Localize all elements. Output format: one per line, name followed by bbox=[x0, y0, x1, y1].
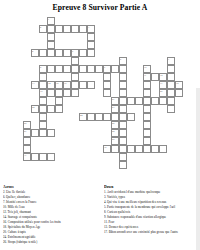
grid-cell: 10 bbox=[143, 65, 151, 73]
clue-number: 17 bbox=[160, 82, 162, 84]
grid-gap bbox=[31, 33, 39, 41]
grid-gap bbox=[159, 33, 167, 41]
grid-cell bbox=[119, 113, 127, 121]
grid-gap bbox=[167, 33, 175, 41]
grid-gap bbox=[119, 41, 127, 49]
grid-gap bbox=[103, 49, 111, 57]
grid-gap bbox=[79, 153, 87, 161]
grid-gap bbox=[111, 49, 119, 57]
grid-gap bbox=[71, 105, 79, 113]
grid-cell bbox=[95, 65, 103, 73]
grid-gap bbox=[159, 17, 167, 25]
grid-gap bbox=[143, 33, 151, 41]
across-clues-column: Across 2. Une île fluviale6. Québec, abo… bbox=[3, 184, 99, 250]
grid-gap bbox=[159, 113, 167, 121]
grid-gap bbox=[119, 33, 127, 41]
clue-number: 10 bbox=[144, 66, 146, 68]
grid-cell bbox=[47, 105, 55, 113]
grid-cell bbox=[71, 57, 79, 65]
grid-gap bbox=[23, 113, 31, 121]
clue-number: 29 bbox=[112, 138, 114, 140]
grid-gap bbox=[127, 57, 135, 65]
grid-gap bbox=[95, 25, 103, 33]
grid-gap bbox=[71, 41, 79, 49]
grid-gap bbox=[103, 105, 111, 113]
grid-cell bbox=[31, 129, 39, 137]
grid-gap bbox=[95, 49, 103, 57]
grid-cell bbox=[127, 113, 135, 121]
grid-cell bbox=[143, 129, 151, 137]
grid-cell bbox=[71, 25, 79, 33]
grid-gap bbox=[63, 145, 71, 153]
grid-gap bbox=[103, 25, 111, 33]
grid-cell bbox=[47, 25, 55, 33]
grid-cell bbox=[167, 81, 175, 89]
grid-cell bbox=[143, 145, 151, 153]
grid-gap bbox=[135, 129, 143, 137]
grid-cell: 18 bbox=[175, 81, 183, 89]
grid-gap bbox=[31, 121, 39, 129]
grid-gap bbox=[167, 49, 175, 57]
grid-cell bbox=[47, 41, 55, 49]
grid-gap bbox=[151, 161, 159, 169]
grid-gap bbox=[79, 73, 87, 81]
grid-gap bbox=[111, 73, 119, 81]
grid-gap bbox=[87, 97, 95, 105]
grid-gap bbox=[23, 17, 31, 25]
page-edge-shading bbox=[196, 88, 200, 250]
grid-cell: 3 bbox=[87, 25, 95, 33]
grid-gap bbox=[127, 105, 135, 113]
grid-gap bbox=[151, 25, 159, 33]
grid-gap bbox=[87, 137, 95, 145]
grid-gap bbox=[175, 41, 183, 49]
grid-gap bbox=[95, 57, 103, 65]
grid-cell bbox=[143, 113, 151, 121]
grid-cell bbox=[167, 89, 175, 97]
grid-gap bbox=[175, 113, 183, 121]
grid-gap bbox=[151, 17, 159, 25]
grid-gap bbox=[143, 49, 151, 57]
grid-gap bbox=[175, 33, 183, 41]
grid-gap bbox=[175, 121, 183, 129]
grid-gap bbox=[151, 33, 159, 41]
grid-cell bbox=[167, 73, 175, 81]
grid-gap bbox=[71, 121, 79, 129]
grid-cell bbox=[151, 73, 159, 81]
grid-gap bbox=[151, 137, 159, 145]
clue-number: 12 bbox=[160, 74, 162, 76]
grid-gap bbox=[103, 153, 111, 161]
grid-gap bbox=[63, 153, 71, 161]
grid-gap bbox=[167, 25, 175, 33]
clue-number: 3 bbox=[88, 26, 89, 28]
grid-cell: 22 bbox=[31, 105, 39, 113]
grid-gap bbox=[127, 121, 135, 129]
grid-cell bbox=[87, 49, 95, 57]
grid-cell: 29 bbox=[111, 137, 119, 145]
grid-gap bbox=[103, 41, 111, 49]
grid-gap bbox=[31, 161, 39, 169]
grid-cell bbox=[55, 25, 63, 33]
grid-cell bbox=[55, 105, 63, 113]
clue-number: 1 bbox=[48, 18, 49, 20]
grid-gap bbox=[79, 89, 87, 97]
grid-cell: 1 bbox=[47, 17, 55, 25]
grid-gap bbox=[79, 97, 87, 105]
grid-gap bbox=[127, 25, 135, 33]
grid-gap bbox=[71, 97, 79, 105]
grid-gap bbox=[119, 25, 127, 33]
grid-gap bbox=[135, 113, 143, 121]
grid-cell bbox=[55, 89, 63, 97]
grid-gap bbox=[79, 121, 87, 129]
grid-cell bbox=[39, 129, 47, 137]
grid-cell: 19 bbox=[39, 89, 47, 97]
grid-gap bbox=[23, 81, 31, 89]
grid-cell: 2 bbox=[39, 25, 47, 33]
grid-cell bbox=[55, 65, 63, 73]
clue-number: 15 bbox=[56, 82, 58, 84]
grid-gap bbox=[23, 49, 31, 57]
grid-gap bbox=[47, 97, 55, 105]
grid-gap bbox=[47, 145, 55, 153]
grid-gap bbox=[167, 41, 175, 49]
grid-gap bbox=[159, 41, 167, 49]
grid-gap bbox=[87, 89, 95, 97]
grid-gap bbox=[151, 113, 159, 121]
grid-gap bbox=[71, 161, 79, 169]
grid-gap bbox=[175, 137, 183, 145]
grid-gap bbox=[151, 153, 159, 161]
grid-cell: 14 bbox=[47, 81, 55, 89]
grid-gap bbox=[95, 153, 103, 161]
grid-cell bbox=[87, 33, 95, 41]
grid-gap bbox=[55, 41, 63, 49]
grid-gap bbox=[135, 81, 143, 89]
grid-gap bbox=[87, 129, 95, 137]
grid-gap bbox=[95, 89, 103, 97]
grid-gap bbox=[31, 17, 39, 25]
grid-cell: 4 bbox=[31, 49, 39, 57]
grid-cell bbox=[63, 49, 71, 57]
grid-cell bbox=[159, 97, 167, 105]
grid-gap bbox=[159, 153, 167, 161]
grid-gap bbox=[167, 113, 175, 121]
grid-gap bbox=[39, 41, 47, 49]
grid-gap bbox=[23, 33, 31, 41]
grid-gap bbox=[95, 161, 103, 169]
grid-cell bbox=[175, 89, 183, 97]
grid-gap bbox=[111, 81, 119, 89]
grid-gap bbox=[47, 57, 55, 65]
grid-cell bbox=[103, 73, 111, 81]
grid-cell bbox=[151, 97, 159, 105]
grid-gap bbox=[111, 25, 119, 33]
grid-gap bbox=[55, 33, 63, 41]
grid-gap bbox=[23, 73, 31, 81]
clue-number: 5 bbox=[72, 50, 73, 52]
grid-gap bbox=[103, 137, 111, 145]
clue-number: 14 bbox=[48, 82, 50, 84]
grid-gap bbox=[119, 49, 127, 57]
grid-cell bbox=[47, 153, 55, 161]
grid-gap bbox=[167, 153, 175, 161]
grid-cell bbox=[47, 129, 55, 137]
grid-gap bbox=[63, 57, 71, 65]
grid-cell bbox=[63, 65, 71, 73]
grid-gap bbox=[135, 57, 143, 65]
grid-gap bbox=[167, 137, 175, 145]
grid-gap bbox=[71, 137, 79, 145]
down-clues-column: Down 1. Arrêt accidentel d'une machine q… bbox=[104, 184, 198, 250]
page-title: Epreuve 8 Survivor Partie A bbox=[0, 3, 200, 12]
clue-number: 8 bbox=[40, 66, 41, 68]
grid-cell: 27 bbox=[23, 129, 31, 137]
grid-gap bbox=[63, 129, 71, 137]
grid-gap bbox=[95, 137, 103, 145]
grid-gap bbox=[175, 25, 183, 33]
grid-gap bbox=[87, 153, 95, 161]
grid-gap bbox=[31, 25, 39, 33]
grid-cell: 25 bbox=[23, 121, 31, 129]
grid-gap bbox=[31, 137, 39, 145]
grid-cell bbox=[119, 145, 127, 153]
grid-gap bbox=[55, 73, 63, 81]
clue-number: 20 bbox=[160, 90, 162, 92]
grid-cell: 28 bbox=[111, 129, 119, 137]
grid-gap bbox=[119, 17, 127, 25]
grid-gap bbox=[127, 81, 135, 89]
grid-gap bbox=[95, 121, 103, 129]
grid-cell bbox=[71, 89, 79, 97]
grid-cell bbox=[47, 49, 55, 57]
grid-gap bbox=[143, 41, 151, 49]
grid-gap bbox=[47, 121, 55, 129]
grid-gap bbox=[111, 161, 119, 169]
grid-cell: 6 bbox=[119, 57, 127, 65]
grid-cell bbox=[119, 73, 127, 81]
grid-cell bbox=[119, 81, 127, 89]
grid-cell: 21 bbox=[111, 97, 119, 105]
clue-number: 18 bbox=[176, 82, 178, 84]
grid-gap bbox=[39, 33, 47, 41]
grid-cell bbox=[119, 137, 127, 145]
grid-gap bbox=[127, 89, 135, 97]
grid-gap bbox=[175, 73, 183, 81]
grid-gap bbox=[159, 49, 167, 57]
grid-cell bbox=[127, 97, 135, 105]
grid-cell: 15 bbox=[55, 81, 63, 89]
grid-gap bbox=[71, 17, 79, 25]
grid-gap bbox=[135, 137, 143, 145]
grid-gap bbox=[159, 129, 167, 137]
grid-cell bbox=[167, 65, 175, 73]
grid-gap bbox=[63, 73, 71, 81]
clue-number: 31 bbox=[24, 154, 26, 156]
grid-gap bbox=[151, 41, 159, 49]
grid-cell bbox=[167, 97, 175, 105]
grid-cell bbox=[39, 73, 47, 81]
grid-gap bbox=[87, 105, 95, 113]
grid-gap bbox=[151, 57, 159, 65]
grid-cell bbox=[63, 89, 71, 97]
grid-gap bbox=[95, 129, 103, 137]
grid-gap bbox=[159, 57, 167, 65]
grid-cell bbox=[143, 137, 151, 145]
grid-gap bbox=[135, 105, 143, 113]
grid-gap bbox=[143, 161, 151, 169]
clue-number: 28 bbox=[112, 130, 114, 132]
grid-gap bbox=[151, 81, 159, 89]
grid-gap bbox=[167, 145, 175, 153]
grid-cell bbox=[135, 145, 143, 153]
grid-gap bbox=[135, 153, 143, 161]
clue-number: 27 bbox=[24, 130, 26, 132]
grid-cell bbox=[119, 89, 127, 97]
clue-number: 2 bbox=[40, 26, 41, 28]
grid-gap bbox=[167, 129, 175, 137]
grid-gap bbox=[39, 145, 47, 153]
grid-gap bbox=[103, 121, 111, 129]
grid-cell bbox=[119, 153, 127, 161]
grid-cell: 13 bbox=[31, 81, 39, 89]
grid-gap bbox=[143, 57, 151, 65]
grid-gap bbox=[103, 161, 111, 169]
grid-gap bbox=[135, 121, 143, 129]
grid-gap bbox=[39, 57, 47, 65]
grid-gap bbox=[63, 33, 71, 41]
grid-gap bbox=[47, 161, 55, 169]
grid-gap bbox=[23, 161, 31, 169]
puzzle-page: Epreuve 8 Survivor Partie A 123456789101… bbox=[0, 0, 200, 250]
grid-cell bbox=[39, 81, 47, 89]
grid-cell bbox=[47, 33, 55, 41]
grid-gap bbox=[167, 17, 175, 25]
clue-number: 26 bbox=[112, 122, 114, 124]
grid-cell: 8 bbox=[39, 65, 47, 73]
grid-gap bbox=[95, 105, 103, 113]
grid-gap bbox=[95, 81, 103, 89]
grid-gap bbox=[79, 161, 87, 169]
grid-gap bbox=[111, 153, 119, 161]
grid-cell bbox=[119, 161, 127, 169]
grid-gap bbox=[63, 161, 71, 169]
grid-gap bbox=[23, 57, 31, 65]
grid-gap bbox=[135, 25, 143, 33]
grid-gap bbox=[143, 153, 151, 161]
grid-cell bbox=[143, 121, 151, 129]
grid-gap bbox=[39, 17, 47, 25]
grid-gap bbox=[31, 57, 39, 65]
grid-cell: 17 bbox=[159, 81, 167, 89]
grid-gap bbox=[71, 33, 79, 41]
grid-cell bbox=[111, 65, 119, 73]
grid-gap bbox=[159, 121, 167, 129]
grid-gap bbox=[87, 161, 95, 169]
grid-gap bbox=[55, 113, 63, 121]
grid-cell bbox=[119, 65, 127, 73]
grid-gap bbox=[151, 121, 159, 129]
grid-cell bbox=[39, 49, 47, 57]
grid-gap bbox=[127, 137, 135, 145]
grid-gap bbox=[127, 161, 135, 169]
grid-gap bbox=[151, 49, 159, 57]
grid-gap bbox=[79, 33, 87, 41]
crossword-grid: 1234567891011121314151617181920212223242… bbox=[23, 17, 183, 169]
grid-gap bbox=[63, 137, 71, 145]
grid-gap bbox=[31, 73, 39, 81]
grid-cell: 23 bbox=[111, 105, 119, 113]
grid-cell bbox=[31, 153, 39, 161]
grid-cell bbox=[71, 65, 79, 73]
grid-gap bbox=[55, 161, 63, 169]
grid-gap bbox=[79, 17, 87, 25]
grid-gap bbox=[135, 89, 143, 97]
grid-gap bbox=[135, 161, 143, 169]
grid-cell bbox=[119, 121, 127, 129]
grid-gap bbox=[47, 137, 55, 145]
grid-cell bbox=[135, 97, 143, 105]
clue-number: 30 bbox=[104, 146, 106, 148]
grid-gap bbox=[31, 41, 39, 49]
grid-gap bbox=[111, 17, 119, 25]
grid-cell bbox=[55, 97, 63, 105]
grid-gap bbox=[23, 65, 31, 73]
grid-cell bbox=[55, 49, 63, 57]
grid-gap bbox=[95, 33, 103, 41]
clue-number: 23 bbox=[112, 106, 114, 108]
grid-gap bbox=[55, 153, 63, 161]
grid-cell bbox=[23, 145, 31, 153]
grid-gap bbox=[39, 161, 47, 169]
grid-gap bbox=[23, 97, 31, 105]
grid-cell bbox=[79, 65, 87, 73]
grid-gap bbox=[63, 17, 71, 25]
grid-cell bbox=[79, 81, 87, 89]
grid-cell bbox=[79, 49, 87, 57]
grid-cell bbox=[119, 97, 127, 105]
grid-cell bbox=[87, 65, 95, 73]
grid-gap bbox=[71, 113, 79, 121]
grid-gap bbox=[63, 121, 71, 129]
grid-gap bbox=[159, 105, 167, 113]
grid-cell bbox=[39, 105, 47, 113]
grid-gap bbox=[55, 17, 63, 25]
down-clue-list: 1. Arrêt accidentel d'une machine quelco… bbox=[104, 190, 198, 235]
grid-cell bbox=[71, 73, 79, 81]
grid-gap bbox=[135, 49, 143, 57]
grid-gap bbox=[175, 161, 183, 169]
grid-gap bbox=[127, 17, 135, 25]
grid-gap bbox=[63, 105, 71, 113]
grid-cell bbox=[71, 81, 79, 89]
grid-gap bbox=[23, 105, 31, 113]
grid-cell bbox=[143, 89, 151, 97]
grid-gap bbox=[151, 65, 159, 73]
clue-number: 16 bbox=[64, 82, 66, 84]
grid-gap bbox=[175, 145, 183, 153]
grid-gap bbox=[143, 17, 151, 25]
clue-item: 17. Bâton arrondi avec une extrémité plu… bbox=[104, 230, 198, 235]
grid-gap bbox=[79, 105, 87, 113]
grid-gap bbox=[71, 153, 79, 161]
grid-gap bbox=[79, 57, 87, 65]
grid-gap bbox=[31, 89, 39, 97]
grid-gap bbox=[87, 57, 95, 65]
grid-cell bbox=[87, 41, 95, 49]
grid-gap bbox=[175, 153, 183, 161]
